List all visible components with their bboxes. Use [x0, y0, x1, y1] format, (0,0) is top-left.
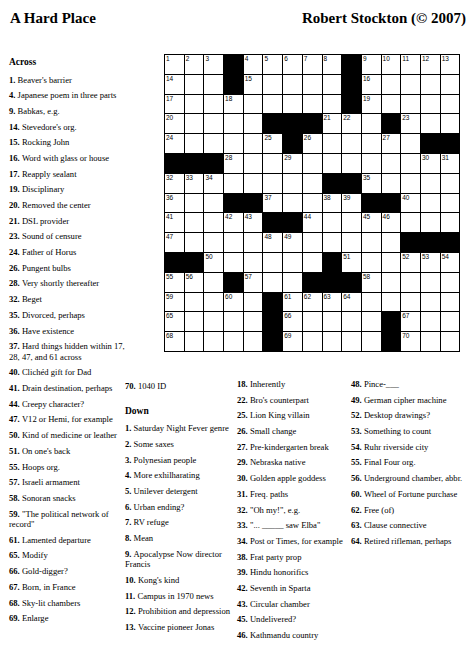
crossword-page: A Hard Place Robert Stockton (© 2007) 12…	[0, 0, 474, 656]
cell-14-8[interactable]	[303, 312, 322, 331]
cell-5-10[interactable]	[342, 134, 361, 153]
cell-7-11[interactable]: 35	[362, 174, 381, 193]
cell-2-8[interactable]	[303, 75, 322, 94]
black-cell-12-9	[323, 273, 342, 292]
cell-12-11[interactable]: 58	[362, 273, 381, 292]
cell-number: 32	[166, 174, 173, 181]
clue-down-6: 6. Urban ending?	[125, 502, 231, 513]
cell-4-13[interactable]: 23	[401, 114, 420, 133]
black-cell-15-6	[263, 332, 282, 351]
cell-11-8[interactable]	[303, 253, 322, 272]
cell-4-2[interactable]	[185, 114, 204, 133]
cell-8-13[interactable]: 40	[401, 194, 420, 213]
cell-number: 3	[205, 55, 209, 62]
cell-3-13[interactable]	[401, 95, 420, 114]
cell-8-2[interactable]	[185, 194, 204, 213]
clue-across-65: 65. Modify	[9, 550, 130, 561]
cell-6-5[interactable]	[244, 154, 263, 173]
cell-2-15[interactable]	[441, 75, 460, 94]
cell-number: 50	[205, 253, 212, 260]
cell-14-9[interactable]	[323, 312, 342, 331]
cell-3-3[interactable]	[204, 95, 223, 114]
clue-across-55: 55. Hoops org.	[9, 462, 130, 473]
cell-1-6[interactable]: 5	[263, 55, 282, 74]
black-cell-4-12	[382, 114, 401, 133]
clue-across-14: 14. Stevedore's org.	[9, 122, 130, 133]
cell-number: 68	[166, 332, 173, 339]
cell-4-1[interactable]: 20	[165, 114, 184, 133]
cell-number: 40	[402, 194, 409, 201]
clue-across-26: 26. Pungent bulbs	[9, 263, 130, 274]
cell-11-13[interactable]: 52	[401, 253, 420, 272]
cell-6-14[interactable]: 30	[421, 154, 440, 173]
cell-1-1[interactable]: 1	[165, 55, 184, 74]
cell-3-5[interactable]	[244, 95, 263, 114]
black-cell-5-7	[283, 134, 302, 153]
black-cell-8-12	[382, 194, 401, 213]
cell-number: 47	[166, 233, 173, 240]
cell-15-3[interactable]	[204, 332, 223, 351]
clue-across-19: 19. Disciplinary	[9, 184, 130, 195]
cell-1-2[interactable]: 2	[185, 55, 204, 74]
cell-3-4[interactable]: 18	[224, 95, 243, 114]
cell-15-8[interactable]	[303, 332, 322, 351]
cell-10-9[interactable]	[323, 233, 342, 252]
cell-number: 25	[264, 134, 271, 141]
cell-2-11[interactable]: 16	[362, 75, 381, 94]
cell-8-7[interactable]	[283, 194, 302, 213]
clue-across-20: 20. Removed the center	[9, 200, 130, 211]
cell-15-7[interactable]: 69	[283, 332, 302, 351]
cell-11-6[interactable]	[263, 253, 282, 272]
cell-number: 45	[363, 213, 370, 220]
cell-14-15[interactable]	[441, 312, 460, 331]
cell-number: 30	[422, 154, 429, 161]
cell-number: 19	[363, 95, 370, 102]
cell-13-3[interactable]	[204, 293, 223, 312]
cell-8-1[interactable]: 36	[165, 194, 184, 213]
clue-across-59: 59. "The political network of record"	[9, 509, 130, 530]
clue-across-67: 67. Born, in France	[9, 582, 130, 593]
cell-14-5[interactable]	[244, 312, 263, 331]
cell-13-8[interactable]: 62	[303, 293, 322, 312]
cell-10-5[interactable]	[244, 233, 263, 252]
cell-10-4[interactable]	[224, 233, 243, 252]
cell-11-11[interactable]	[362, 253, 381, 272]
cell-11-10[interactable]: 51	[342, 253, 361, 272]
cell-6-7[interactable]: 29	[283, 154, 302, 173]
cell-9-14[interactable]	[421, 213, 440, 232]
cell-1-5[interactable]: 4	[244, 55, 263, 74]
cell-15-10[interactable]	[342, 332, 361, 351]
clue-across-28: 28. Very shortly thereafter	[9, 278, 130, 289]
cell-15-1[interactable]: 68	[165, 332, 184, 351]
black-cell-8-5	[244, 194, 263, 213]
clue-across-36: 36. Have existence	[9, 326, 130, 337]
cell-13-7[interactable]: 61	[283, 293, 302, 312]
cell-6-4[interactable]: 28	[224, 154, 243, 173]
cell-number: 24	[166, 134, 173, 141]
cell-9-13[interactable]	[401, 213, 420, 232]
cell-6-15[interactable]: 31	[441, 154, 460, 173]
cell-2-3[interactable]	[204, 75, 223, 94]
cell-8-9[interactable]: 38	[323, 194, 342, 213]
clue-across-37: 37. Hard things hidden within 17, 28, 47…	[9, 341, 130, 362]
clue-down-49: 49. German cipher machine	[351, 395, 470, 406]
cell-14-10[interactable]	[342, 312, 361, 331]
cell-9-10[interactable]	[342, 213, 361, 232]
clue-down-12: 12. Prohibition and depression	[125, 606, 231, 617]
cell-9-1[interactable]: 41	[165, 213, 184, 232]
cell-5-8[interactable]: 26	[303, 134, 322, 153]
cell-5-6[interactable]: 25	[263, 134, 282, 153]
cell-12-12[interactable]	[382, 273, 401, 292]
cell-number: 55	[166, 273, 173, 280]
cell-9-4[interactable]: 42	[224, 213, 243, 232]
cell-4-10[interactable]: 22	[342, 114, 361, 133]
clue-down-27: 27. Pre-kindergarten break	[237, 442, 349, 453]
clue-down-1: 1. Saturday Night Fever genre	[125, 423, 231, 434]
cell-15-4[interactable]	[224, 332, 243, 351]
clue-down-33: 33. "... _____ saw Elba"	[237, 520, 349, 531]
clue-down-11: 11. Campus in 1970 news	[125, 591, 231, 602]
cell-13-14[interactable]	[421, 293, 440, 312]
clue-across-57: 57. Israeli armament	[9, 477, 130, 488]
cell-number: 61	[284, 293, 291, 300]
cell-3-8[interactable]	[303, 95, 322, 114]
cell-6-13[interactable]	[401, 154, 420, 173]
cell-number: 44	[304, 213, 311, 220]
cell-6-12[interactable]	[382, 154, 401, 173]
clue-down-32: 32. "Oh my!", e.g.	[237, 505, 349, 516]
cell-4-4[interactable]	[224, 114, 243, 133]
cell-12-3[interactable]	[204, 273, 223, 292]
cell-9-11[interactable]: 45	[362, 213, 381, 232]
cell-9-9[interactable]	[323, 213, 342, 232]
puzzle-title: A Hard Place	[10, 10, 96, 27]
clue-across-51: 51. On one's back	[9, 446, 130, 457]
cell-3-2[interactable]	[185, 95, 204, 114]
cell-10-6[interactable]: 48	[263, 233, 282, 252]
cell-number: 11	[402, 55, 409, 62]
cell-3-7[interactable]	[283, 95, 302, 114]
cell-1-15[interactable]: 13	[441, 55, 460, 74]
cell-7-12[interactable]	[382, 174, 401, 193]
cell-9-8[interactable]: 44	[303, 213, 322, 232]
puzzle-byline: Robert Stockton (© 2007)	[302, 10, 466, 27]
cell-number: 31	[442, 154, 449, 161]
black-cell-5-14	[421, 134, 440, 153]
cell-15-9[interactable]	[323, 332, 342, 351]
cell-3-14[interactable]	[421, 95, 440, 114]
down-clues-list-2: 18. Inherently22. Bro's counterpart25. L…	[237, 379, 349, 641]
cell-3-11[interactable]: 19	[362, 95, 381, 114]
cell-2-1[interactable]: 14	[165, 75, 184, 94]
cell-number: 56	[186, 273, 193, 280]
cell-7-13[interactable]	[401, 174, 420, 193]
cell-12-5[interactable]: 57	[244, 273, 263, 292]
black-cell-8-4	[224, 194, 243, 213]
cell-8-6[interactable]: 37	[263, 194, 282, 213]
cell-1-7[interactable]: 6	[283, 55, 302, 74]
cell-9-12[interactable]: 46	[382, 213, 401, 232]
cell-11-3[interactable]: 50	[204, 253, 223, 272]
clue-down-64: 64. Retired rifleman, perhaps	[351, 536, 470, 547]
cell-11-7[interactable]	[283, 253, 302, 272]
cell-13-11[interactable]	[362, 293, 381, 312]
cell-5-3[interactable]	[204, 134, 223, 153]
cell-4-15[interactable]	[441, 114, 460, 133]
cell-10-1[interactable]: 47	[165, 233, 184, 252]
cell-10-11[interactable]	[362, 233, 381, 252]
bottom-column-1: 70. 1040 ID Down 1. Saturday Night Fever…	[125, 381, 231, 638]
cell-8-8[interactable]	[303, 194, 322, 213]
black-cell-12-8	[303, 273, 322, 292]
cell-number: 64	[343, 293, 350, 300]
cell-number: 37	[264, 194, 271, 201]
cell-3-9[interactable]	[323, 95, 342, 114]
cell-7-7[interactable]	[283, 174, 302, 193]
cell-12-6[interactable]	[263, 273, 282, 292]
cell-5-1[interactable]: 24	[165, 134, 184, 153]
cell-2-14[interactable]	[421, 75, 440, 94]
cell-number: 7	[304, 55, 308, 62]
cell-14-2[interactable]	[185, 312, 204, 331]
cell-5-4[interactable]	[224, 134, 243, 153]
cell-12-15[interactable]	[441, 273, 460, 292]
cell-5-2[interactable]	[185, 134, 204, 153]
cell-9-5[interactable]: 43	[244, 213, 263, 232]
cell-15-5[interactable]	[244, 332, 263, 351]
clue-down-38: 38. Frat party prop	[237, 552, 349, 563]
cell-4-11[interactable]	[362, 114, 381, 133]
cell-4-3[interactable]	[204, 114, 223, 133]
cell-number: 17	[166, 95, 173, 102]
cell-number: 23	[402, 114, 409, 121]
black-cell-1-10	[342, 55, 361, 74]
cell-11-15[interactable]: 54	[441, 253, 460, 272]
cell-15-13[interactable]: 70	[401, 332, 420, 351]
cell-number: 59	[166, 293, 173, 300]
clue-down-48: 48. Pince-___	[351, 379, 470, 390]
cell-3-12[interactable]	[382, 95, 401, 114]
cell-13-2[interactable]	[185, 293, 204, 312]
cell-7-5[interactable]	[244, 174, 263, 193]
cell-number: 67	[402, 312, 409, 319]
cell-2-2[interactable]	[185, 75, 204, 94]
cell-10-7[interactable]: 49	[283, 233, 302, 252]
across-clues-column: Across 1. Beaver's barrier4. Japanese po…	[9, 57, 130, 629]
black-cell-6-1	[165, 154, 184, 173]
cell-1-12[interactable]: 10	[382, 55, 401, 74]
cell-8-10[interactable]: 39	[342, 194, 361, 213]
cell-2-7[interactable]	[283, 75, 302, 94]
cell-14-11[interactable]	[362, 312, 381, 331]
cell-number: 38	[324, 194, 331, 201]
cell-10-12[interactable]	[382, 233, 401, 252]
clue-down-56: 56. Underground chamber, abbr.	[351, 473, 470, 484]
cell-6-6[interactable]	[263, 154, 282, 173]
cell-9-3[interactable]	[204, 213, 223, 232]
cell-1-11[interactable]: 9	[362, 55, 381, 74]
clue-down-53: 53. Something to count	[351, 426, 470, 437]
cell-12-13[interactable]	[401, 273, 420, 292]
cell-13-10[interactable]: 64	[342, 293, 361, 312]
cell-14-3[interactable]	[204, 312, 223, 331]
cell-13-12[interactable]	[382, 293, 401, 312]
cell-14-1[interactable]: 65	[165, 312, 184, 331]
cell-13-9[interactable]: 63	[323, 293, 342, 312]
cell-1-14[interactable]: 12	[421, 55, 440, 74]
cell-number: 70	[402, 332, 409, 339]
cell-2-5[interactable]: 15	[244, 75, 263, 94]
cell-13-15[interactable]	[441, 293, 460, 312]
cell-number: 10	[383, 55, 390, 62]
black-cell-10-13	[401, 233, 420, 252]
clue-down-60: 60. Wheel of Fortune purchase	[351, 489, 470, 500]
clue-across-24: 24. Father of Horus	[9, 247, 130, 258]
cell-2-12[interactable]	[382, 75, 401, 94]
cell-number: 41	[166, 213, 173, 220]
cell-14-4[interactable]	[224, 312, 243, 331]
cell-7-14[interactable]	[421, 174, 440, 193]
cell-10-2[interactable]	[185, 233, 204, 252]
cell-10-8[interactable]	[303, 233, 322, 252]
black-cell-9-7	[283, 213, 302, 232]
cell-1-8[interactable]: 7	[303, 55, 322, 74]
cell-13-5[interactable]	[244, 293, 263, 312]
cell-number: 1	[166, 55, 170, 62]
cell-4-5[interactable]	[244, 114, 263, 133]
across-heading: Across	[9, 57, 130, 68]
cell-6-9[interactable]	[323, 154, 342, 173]
clue-down-46: 46. Kathmandu country	[237, 630, 349, 641]
cell-5-13[interactable]	[401, 134, 420, 153]
cell-10-10[interactable]	[342, 233, 361, 252]
cell-number: 36	[166, 194, 173, 201]
cell-12-2[interactable]: 56	[185, 273, 204, 292]
cell-3-15[interactable]	[441, 95, 460, 114]
cell-10-3[interactable]	[204, 233, 223, 252]
cell-1-13[interactable]: 11	[401, 55, 420, 74]
black-cell-12-4	[224, 273, 243, 292]
black-cell-1-4	[224, 55, 243, 74]
cell-7-6[interactable]	[263, 174, 282, 193]
cell-2-6[interactable]	[263, 75, 282, 94]
cell-15-11[interactable]	[362, 332, 381, 351]
cell-4-9[interactable]: 21	[323, 114, 342, 133]
clue-across-21: 21. DSL provider	[9, 216, 130, 227]
black-cell-4-7	[283, 114, 302, 133]
cell-11-5[interactable]	[244, 253, 263, 272]
cell-2-9[interactable]	[323, 75, 342, 94]
cell-8-14[interactable]	[421, 194, 440, 213]
across-clues-list: 1. Beaver's barrier4. Japanese poem in t…	[9, 75, 130, 624]
cell-7-8[interactable]	[303, 174, 322, 193]
cell-6-11[interactable]	[362, 154, 381, 173]
black-cell-2-4	[224, 75, 243, 94]
cell-number: 2	[186, 55, 190, 62]
cell-7-2[interactable]: 33	[185, 174, 204, 193]
cell-number: 14	[166, 75, 173, 82]
cell-11-4[interactable]	[224, 253, 243, 272]
cell-1-9[interactable]: 8	[323, 55, 342, 74]
cell-12-14[interactable]	[421, 273, 440, 292]
cell-5-12[interactable]: 27	[382, 134, 401, 153]
cell-13-13[interactable]	[401, 293, 420, 312]
black-cell-10-15	[441, 233, 460, 252]
cell-1-3[interactable]: 3	[204, 55, 223, 74]
clue-down-31: 31. Freq. paths	[237, 489, 349, 500]
cell-3-6[interactable]	[263, 95, 282, 114]
cell-6-10[interactable]	[342, 154, 361, 173]
cell-9-15[interactable]	[441, 213, 460, 232]
cell-5-11[interactable]	[362, 134, 381, 153]
cell-4-14[interactable]	[421, 114, 440, 133]
cell-number: 13	[442, 55, 449, 62]
cell-12-7[interactable]	[283, 273, 302, 292]
clue-across-16: 16. Word with glass or house	[9, 153, 130, 164]
clue-down-5: 5. Unilever detergent	[125, 486, 231, 497]
black-cell-11-2	[185, 253, 204, 272]
cell-number: 6	[284, 55, 288, 62]
cell-6-8[interactable]	[303, 154, 322, 173]
cell-number: 26	[304, 134, 311, 141]
clue-down-63: 63. Clause connective	[351, 520, 470, 531]
cell-11-14[interactable]: 53	[421, 253, 440, 272]
cell-13-1[interactable]: 59	[165, 293, 184, 312]
cell-number: 5	[264, 55, 268, 62]
cell-8-3[interactable]	[204, 194, 223, 213]
cell-14-14[interactable]	[421, 312, 440, 331]
cell-14-7[interactable]: 66	[283, 312, 302, 331]
clue-down-62: 62. Free (of)	[351, 505, 470, 516]
cell-2-13[interactable]	[401, 75, 420, 94]
black-cell-4-8	[303, 114, 322, 133]
clue-down-42: 42. Seventh in Sparta	[237, 583, 349, 594]
cell-15-14[interactable]	[421, 332, 440, 351]
black-cell-14-12	[382, 312, 401, 331]
cell-7-4[interactable]	[224, 174, 243, 193]
clue-across-40: 40. Clichéd gift for Dad	[9, 367, 130, 378]
cell-15-2[interactable]	[185, 332, 204, 351]
cell-number: 62	[304, 293, 311, 300]
cell-number: 18	[225, 95, 232, 102]
cell-7-15[interactable]	[441, 174, 460, 193]
cell-5-9[interactable]	[323, 134, 342, 153]
cell-9-2[interactable]	[185, 213, 204, 232]
cell-3-1[interactable]: 17	[165, 95, 184, 114]
cell-7-1[interactable]: 32	[165, 174, 184, 193]
clue-down-55: 55. Final Four org.	[351, 457, 470, 468]
clue-down-25: 25. Lion King villain	[237, 410, 349, 421]
black-cell-6-2	[185, 154, 204, 173]
cell-number: 43	[245, 213, 252, 220]
black-cell-8-11	[362, 194, 381, 213]
down-clues-list-1: 1. Saturday Night Fever genre2. Some sax…	[125, 423, 231, 632]
black-cell-14-6	[263, 312, 282, 331]
cell-15-15[interactable]	[441, 332, 460, 351]
cell-number: 21	[324, 114, 331, 121]
cell-5-5[interactable]	[244, 134, 263, 153]
cell-14-13[interactable]: 67	[401, 312, 420, 331]
cell-12-1[interactable]: 55	[165, 273, 184, 292]
cell-8-15[interactable]	[441, 194, 460, 213]
cell-13-4[interactable]: 60	[224, 293, 243, 312]
cell-7-3[interactable]: 34	[204, 174, 223, 193]
cell-number: 39	[343, 194, 350, 201]
cell-11-12[interactable]	[382, 253, 401, 272]
